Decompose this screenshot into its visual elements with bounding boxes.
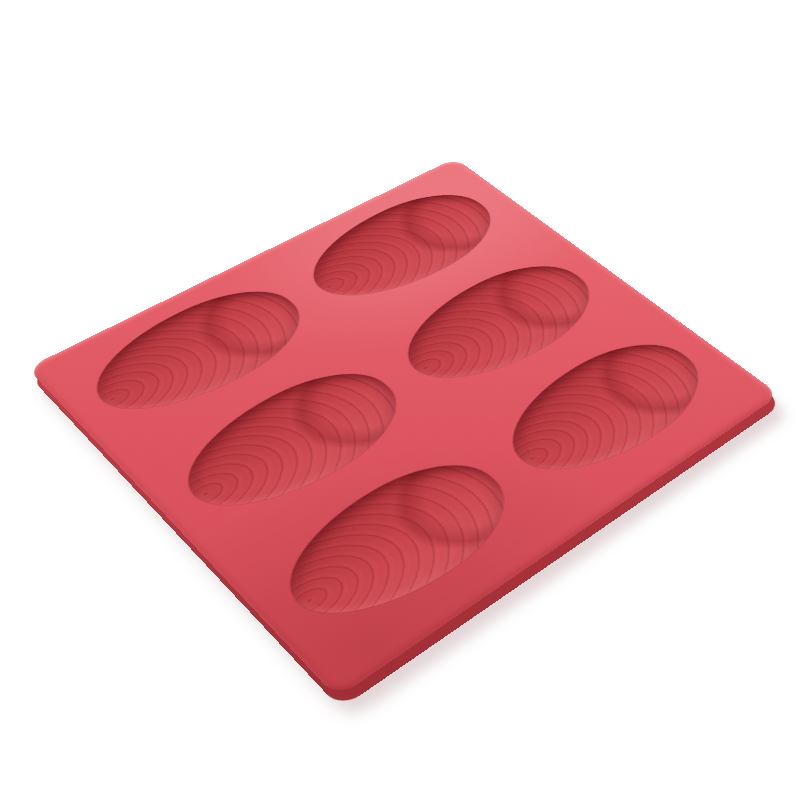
photo-background <box>0 0 800 800</box>
mold-tray <box>27 158 780 698</box>
